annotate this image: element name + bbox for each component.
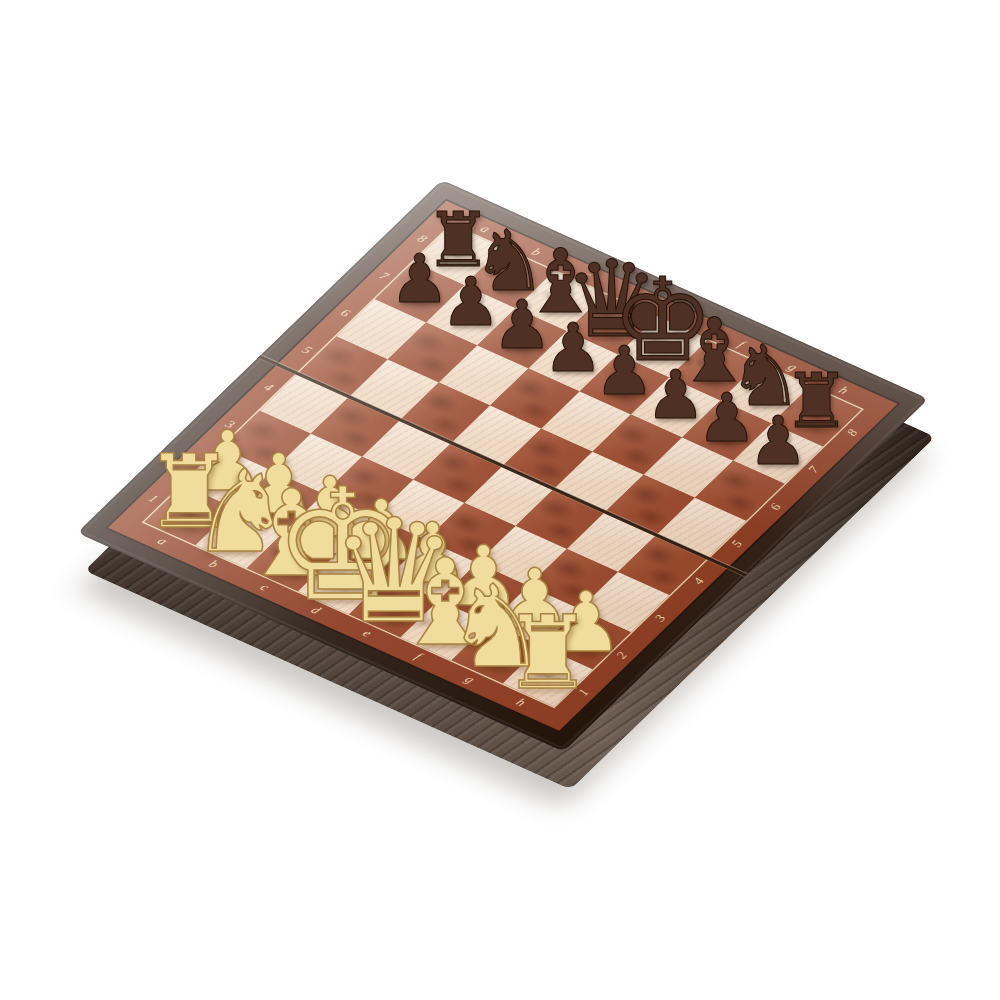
chess-board: aabbccddeeffgghh1122334455667788 ♜♞♝♛♚♝♞… <box>77 180 928 752</box>
white-rook-glyph: ♜ <box>502 603 593 705</box>
pieces-layer: ♜♞♝♛♚♝♞♜♟♟♟♟♟♟♟♟♜♞♝♚♛♝♞♜♟♟♟♟♟♟♟♟ <box>77 180 928 752</box>
piece-white-rook-h1[interactable]: ♜ <box>463 524 633 684</box>
piece-black-pawn-h7[interactable]: ♟ <box>693 302 863 462</box>
chess-set-photo: aabbccddeeffgghh1122334455667788 ♜♞♝♛♚♝♞… <box>0 0 1000 1000</box>
black-pawn-glyph: ♟ <box>748 408 808 475</box>
